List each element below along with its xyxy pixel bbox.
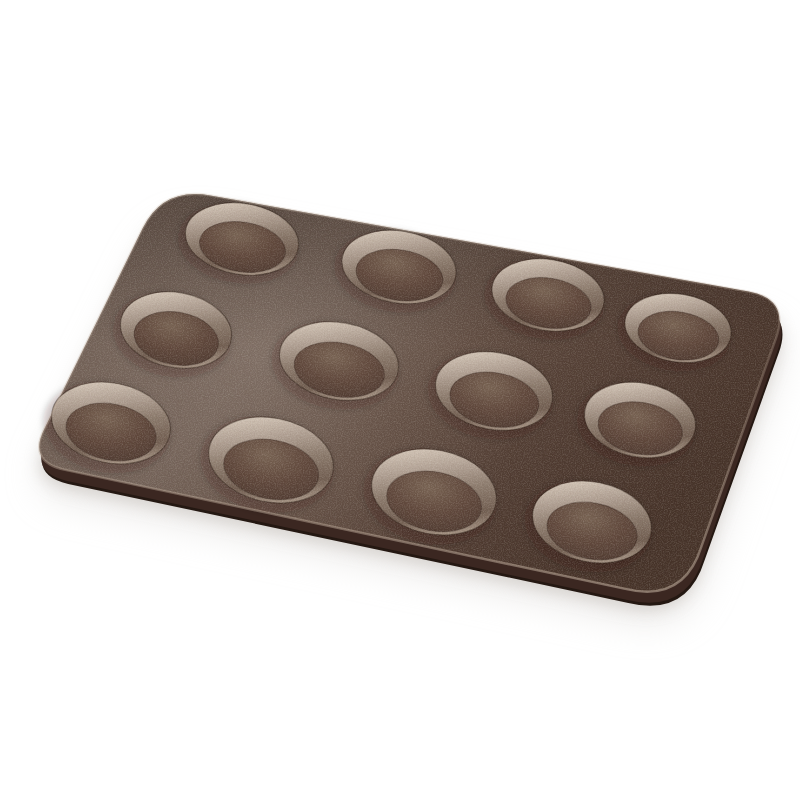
muffin-pan-photo: 12-cup non-stick mini muffin and tartlet…	[0, 0, 800, 800]
product-photo: 12-cup non-stick mini muffin and tartlet…	[0, 0, 800, 800]
